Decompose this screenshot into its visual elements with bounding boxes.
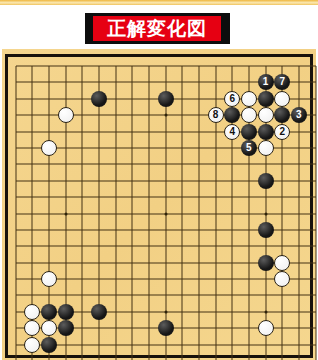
white-stone <box>274 91 290 107</box>
page: 正解変化図 17683425 <box>0 0 318 360</box>
black-stone: 7 <box>274 74 290 90</box>
star-point <box>264 212 267 215</box>
white-stone <box>41 140 57 156</box>
diagram-title-frame: 正解変化図 <box>85 13 230 44</box>
black-stone <box>258 255 274 271</box>
white-stone <box>41 320 57 336</box>
white-stone: 8 <box>208 107 224 123</box>
black-stone <box>58 304 74 320</box>
star-point <box>264 310 267 313</box>
grid-line-horizontal <box>16 279 316 280</box>
grid-line-horizontal <box>16 246 316 247</box>
stone-number: 2 <box>279 127 285 137</box>
star-point <box>64 212 67 215</box>
diagram-title-box: 正解変化図 <box>93 16 221 41</box>
black-stone <box>224 107 240 123</box>
black-stone <box>41 304 57 320</box>
grid-line-vertical <box>182 66 183 360</box>
black-stone <box>58 320 74 336</box>
black-stone: 1 <box>258 74 274 90</box>
white-stone <box>241 107 257 123</box>
black-stone <box>258 222 274 238</box>
black-stone <box>258 91 274 107</box>
black-stone: 5 <box>241 140 257 156</box>
stone-number: 8 <box>213 110 219 120</box>
black-stone <box>91 91 107 107</box>
grid-line-horizontal <box>16 344 316 345</box>
white-stone: 4 <box>224 124 240 140</box>
white-stone <box>241 91 257 107</box>
black-stone <box>41 337 57 353</box>
stone-number: 5 <box>246 143 252 153</box>
grid-line-horizontal <box>16 295 316 296</box>
white-stone <box>24 304 40 320</box>
white-stone <box>58 107 74 123</box>
white-stone <box>274 255 290 271</box>
go-board-grid: 17683425 <box>16 66 316 360</box>
black-stone <box>258 173 274 189</box>
black-stone: 3 <box>291 107 307 123</box>
white-stone <box>41 271 57 287</box>
black-stone <box>158 320 174 336</box>
black-stone <box>258 124 274 140</box>
star-point <box>164 310 167 313</box>
black-stone <box>241 124 257 140</box>
black-stone <box>158 91 174 107</box>
top-accent-strip <box>0 0 318 5</box>
stone-number: 4 <box>229 127 235 137</box>
white-stone <box>258 320 274 336</box>
white-stone <box>274 271 290 287</box>
star-point <box>164 212 167 215</box>
star-point <box>164 114 167 117</box>
black-stone <box>274 107 290 123</box>
stone-number: 3 <box>296 110 302 120</box>
stone-number: 7 <box>279 77 285 87</box>
stone-number: 1 <box>263 77 269 87</box>
white-stone <box>24 320 40 336</box>
white-stone <box>258 107 274 123</box>
black-stone <box>91 304 107 320</box>
diagram-title: 正解変化図 <box>107 19 207 38</box>
white-stone: 2 <box>274 124 290 140</box>
white-stone <box>24 337 40 353</box>
stone-number: 6 <box>229 94 235 104</box>
grid-line-vertical <box>198 66 199 360</box>
go-board-frame: 17683425 <box>5 54 313 358</box>
grid-line-vertical <box>315 66 316 360</box>
white-stone: 6 <box>224 91 240 107</box>
white-stone <box>258 140 274 156</box>
go-board-surface: 17683425 <box>2 49 316 360</box>
